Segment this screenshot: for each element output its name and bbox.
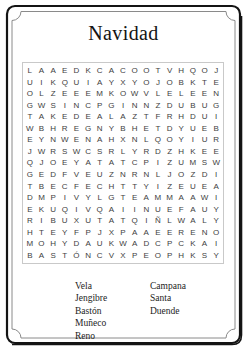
grid-cell[interactable]: U	[175, 100, 187, 112]
grid-cell[interactable]: T	[117, 180, 129, 192]
grid-cell[interactable]: E	[175, 180, 187, 192]
grid-cell[interactable]: B	[47, 215, 59, 227]
grid-cell[interactable]: R	[47, 146, 59, 158]
grid-cell[interactable]: T	[94, 215, 106, 227]
grid-cell[interactable]: O	[140, 77, 152, 89]
grid-cell[interactable]: B	[210, 123, 222, 135]
grid-cell[interactable]: E	[71, 134, 83, 146]
grid-cell[interactable]: R	[106, 146, 118, 158]
grid-cell[interactable]: T	[140, 111, 152, 123]
grid-cell[interactable]: J	[24, 146, 36, 158]
grid-cell[interactable]: E	[82, 111, 94, 123]
grid-cell[interactable]: D	[71, 65, 83, 77]
grid-cell[interactable]: R	[24, 215, 36, 227]
grid-cell[interactable]: D	[71, 111, 83, 123]
grid-cell[interactable]: T	[117, 192, 129, 204]
grid-cell[interactable]: P	[82, 226, 94, 238]
grid-cell[interactable]: A	[36, 65, 48, 77]
grid-cell[interactable]: S	[47, 249, 59, 261]
grid-cell[interactable]: W	[210, 157, 222, 169]
grid-cell[interactable]: T	[117, 157, 129, 169]
grid-cell[interactable]: A	[82, 157, 94, 169]
word-list-item: Santa	[150, 292, 186, 304]
grid-cell[interactable]: Y	[175, 123, 187, 135]
grid-cell[interactable]: E	[140, 249, 152, 261]
grid-cell[interactable]: Z	[129, 111, 141, 123]
grid-cell[interactable]: I	[210, 192, 222, 204]
grid-cell[interactable]: C	[82, 146, 94, 158]
grid-cell[interactable]: T	[24, 111, 36, 123]
grid-cell[interactable]: R	[210, 134, 222, 146]
grid-cell[interactable]: C	[94, 180, 106, 192]
grid-cell[interactable]: E	[199, 123, 211, 135]
grid-cell[interactable]: Y	[129, 77, 141, 89]
grid-cell[interactable]: O	[164, 77, 176, 89]
grid-cell[interactable]: S	[59, 146, 71, 158]
grid-cell[interactable]: A	[129, 238, 141, 250]
grid-cell[interactable]: W	[199, 192, 211, 204]
grid-cell[interactable]: I	[210, 238, 222, 250]
grid-cell[interactable]: X	[106, 226, 118, 238]
grid-cell[interactable]: V	[71, 192, 83, 204]
grid-cell[interactable]: Q	[129, 215, 141, 227]
grid-cell[interactable]: N	[117, 169, 129, 181]
grid-cell[interactable]: G	[24, 169, 36, 181]
grid-cell[interactable]: F	[71, 226, 83, 238]
grid-cell[interactable]: E	[59, 88, 71, 100]
grid-cell[interactable]: I	[187, 134, 199, 146]
grid-cell[interactable]: X	[117, 249, 129, 261]
grid-cell[interactable]: H	[175, 111, 187, 123]
grid-cell[interactable]: B	[175, 77, 187, 89]
grid-cell[interactable]: U	[94, 238, 106, 250]
grid-cell[interactable]: L	[117, 146, 129, 158]
grid-cell[interactable]: U	[187, 180, 199, 192]
grid-cell[interactable]: I	[59, 100, 71, 112]
grid-cell[interactable]: Y	[129, 146, 141, 158]
grid-cell[interactable]: Y	[175, 134, 187, 146]
grid-cell[interactable]: E	[199, 88, 211, 100]
grid-cell[interactable]: I	[210, 169, 222, 181]
grid-cell[interactable]: Y	[210, 203, 222, 215]
grid-cell[interactable]: L	[175, 88, 187, 100]
grid-cell[interactable]: K	[106, 238, 118, 250]
grid-cell[interactable]: P	[164, 249, 176, 261]
grid-cell[interactable]: P	[140, 157, 152, 169]
grid-cell[interactable]: Z	[187, 169, 199, 181]
grid-cell[interactable]: A	[36, 249, 48, 261]
grid-cell[interactable]: T	[117, 215, 129, 227]
grid-cell[interactable]: J	[152, 77, 164, 89]
grid-cell[interactable]: H	[24, 226, 36, 238]
grid-cell[interactable]: G	[210, 100, 222, 112]
grid-cell[interactable]: F	[59, 169, 71, 181]
grid-cell[interactable]: E	[59, 65, 71, 77]
grid-cell[interactable]: D	[164, 100, 176, 112]
grid-cell[interactable]: C	[94, 65, 106, 77]
grid-cell[interactable]: M	[24, 238, 36, 250]
grid-cell[interactable]: A	[106, 215, 118, 227]
grid-cell[interactable]: N	[82, 134, 94, 146]
grid-cell[interactable]: E	[164, 226, 176, 238]
grid-cell[interactable]: T	[94, 157, 106, 169]
grid-cell[interactable]: X	[117, 134, 129, 146]
grid-cell[interactable]: H	[175, 146, 187, 158]
grid-cell[interactable]: I	[82, 77, 94, 89]
grid-cell[interactable]: Y	[59, 238, 71, 250]
grid-cell[interactable]: T	[152, 123, 164, 135]
grid-cell[interactable]: O	[164, 134, 176, 146]
grid-cell[interactable]: W	[71, 146, 83, 158]
grid-cell[interactable]: U	[175, 157, 187, 169]
grid-cell[interactable]: Z	[164, 146, 176, 158]
grid-cell[interactable]: H	[47, 123, 59, 135]
grid-cell[interactable]: M	[187, 157, 199, 169]
grid-cell[interactable]: Y	[210, 249, 222, 261]
grid-cell[interactable]: E	[59, 111, 71, 123]
grid-cell[interactable]: G	[106, 192, 118, 204]
grid-cell[interactable]: I	[59, 192, 71, 204]
grid-cell[interactable]: D	[24, 192, 36, 204]
grid-cell[interactable]: E	[210, 146, 222, 158]
puzzle-title: Navidad	[0, 22, 247, 45]
word-list-item: Muñeco	[75, 317, 107, 329]
grid-cell[interactable]: E	[152, 226, 164, 238]
grid-cell[interactable]: J	[210, 65, 222, 77]
grid-cell[interactable]: J	[94, 226, 106, 238]
grid-cell[interactable]: S	[199, 249, 211, 261]
grid-cell[interactable]: Ñ	[152, 215, 164, 227]
grid-cell[interactable]: V	[82, 203, 94, 215]
grid-cell[interactable]: L	[36, 88, 48, 100]
grid-cell[interactable]: C	[59, 180, 71, 192]
grid-cell[interactable]: I	[36, 77, 48, 89]
grid-cell[interactable]: L	[164, 215, 176, 227]
grid-cell[interactable]: Z	[152, 100, 164, 112]
grid-cell[interactable]: Q	[59, 77, 71, 89]
grid-cell[interactable]: M	[94, 88, 106, 100]
grid-cell[interactable]: K	[187, 77, 199, 89]
grid-cell[interactable]: U	[82, 215, 94, 227]
grid-cell[interactable]: X	[117, 77, 129, 89]
grid-cell[interactable]: O	[129, 65, 141, 77]
grid-cell[interactable]: Ó	[71, 249, 83, 261]
grid-cell[interactable]: H	[106, 134, 118, 146]
grid-cell[interactable]: O	[199, 65, 211, 77]
grid-cell[interactable]: E	[36, 169, 48, 181]
grid-cell[interactable]: R	[129, 169, 141, 181]
grid-cell[interactable]: A	[47, 65, 59, 77]
grid-cell[interactable]: E	[24, 203, 36, 215]
grid-cell[interactable]: D	[164, 123, 176, 135]
grid-cell[interactable]: U	[187, 123, 199, 135]
grid-cell[interactable]: Y	[71, 157, 83, 169]
grid-cell[interactable]: K	[36, 203, 48, 215]
grid-cell[interactable]: O	[117, 88, 129, 100]
grid-cell[interactable]: K	[47, 77, 59, 89]
grid-cell[interactable]: K	[106, 88, 118, 100]
grid-cell[interactable]: N	[94, 123, 106, 135]
grid-cell[interactable]: Z	[164, 157, 176, 169]
grid-cell[interactable]: N	[82, 249, 94, 261]
grid-cell[interactable]: E	[140, 123, 152, 135]
grid-cell[interactable]: A	[199, 238, 211, 250]
grid-cell[interactable]: K	[187, 146, 199, 158]
grid-cell[interactable]: I	[36, 215, 48, 227]
grid-cell[interactable]: Y	[59, 226, 71, 238]
grid-cell[interactable]: F	[175, 203, 187, 215]
grid-cell[interactable]: F	[71, 180, 83, 192]
grid-cell[interactable]: C	[82, 100, 94, 112]
grid-cell[interactable]: Y	[82, 192, 94, 204]
grid-cell[interactable]: Y	[36, 134, 48, 146]
grid-cell[interactable]: A	[94, 77, 106, 89]
grid-cell[interactable]: O	[210, 226, 222, 238]
grid-cell[interactable]: E	[199, 180, 211, 192]
word-list-item: Bastón	[75, 305, 107, 317]
grid-cell[interactable]: W	[36, 100, 48, 112]
grid-cell[interactable]: Q	[59, 203, 71, 215]
grid-cell[interactable]: Q	[24, 157, 36, 169]
grid-cell[interactable]: K	[187, 249, 199, 261]
grid-cell[interactable]: D	[140, 238, 152, 250]
grid-cell[interactable]: V	[164, 65, 176, 77]
grid-cell[interactable]: W	[24, 123, 36, 135]
word-list-item: Duende	[150, 305, 186, 317]
grid-cell[interactable]: T	[24, 180, 36, 192]
grid-cell[interactable]: A	[117, 111, 129, 123]
grid-cell[interactable]: S	[47, 100, 59, 112]
grid-cell[interactable]: O	[36, 238, 48, 250]
grid-cell[interactable]: R	[175, 226, 187, 238]
grid-cell[interactable]: I	[117, 203, 129, 215]
grid-cell[interactable]: N	[140, 100, 152, 112]
grid-cell[interactable]: M	[164, 192, 176, 204]
grid-cell[interactable]: A	[106, 203, 118, 215]
grid-cell[interactable]: E	[164, 203, 176, 215]
grid-cell[interactable]: H	[129, 123, 141, 135]
grid-cell[interactable]: A	[106, 65, 118, 77]
grid-cell[interactable]: N	[199, 226, 211, 238]
grid-cell[interactable]: A	[187, 215, 199, 227]
grid-cell[interactable]: A	[36, 111, 48, 123]
grid-cell[interactable]: G	[24, 100, 36, 112]
grid-cell[interactable]: Z	[47, 88, 59, 100]
grid-cell[interactable]: L	[106, 111, 118, 123]
grid-cell[interactable]: Y	[106, 77, 118, 89]
grid-cell[interactable]: A	[210, 180, 222, 192]
grid-cell[interactable]: I	[129, 203, 141, 215]
grid-cell[interactable]: P	[129, 249, 141, 261]
grid-cell[interactable]: T	[152, 65, 164, 77]
grid-cell[interactable]: E	[24, 134, 36, 146]
grid-cell[interactable]: A	[106, 157, 118, 169]
grid-cell[interactable]: D	[187, 111, 199, 123]
grid-cell[interactable]: L	[24, 65, 36, 77]
grid-cell[interactable]: V	[140, 88, 152, 100]
grid-cell[interactable]: W	[129, 88, 141, 100]
grid-cell[interactable]: E	[164, 88, 176, 100]
grid-cell[interactable]: A	[140, 192, 152, 204]
word-list-item: Vela	[75, 280, 107, 292]
grid-cell[interactable]: M	[152, 192, 164, 204]
grid-cell[interactable]: Z	[164, 180, 176, 192]
grid-cell[interactable]: P	[94, 100, 106, 112]
grid-cell[interactable]: C	[94, 249, 106, 261]
grid-cell[interactable]: D	[47, 169, 59, 181]
grid-cell[interactable]: R	[164, 111, 176, 123]
grid-cell[interactable]: J	[164, 169, 176, 181]
grid-cell[interactable]: A	[129, 226, 141, 238]
grid-cell[interactable]: L	[140, 134, 152, 146]
grid-cell[interactable]: E	[47, 180, 59, 192]
grid-cell[interactable]: X	[71, 215, 83, 227]
grid-cell[interactable]: E	[47, 226, 59, 238]
grid-cell[interactable]: P	[117, 226, 129, 238]
grid-cell[interactable]: A	[187, 192, 199, 204]
grid-cell[interactable]: E	[82, 169, 94, 181]
grid-cell[interactable]: B	[117, 123, 129, 135]
grid-cell[interactable]: M	[36, 192, 48, 204]
grid-cell[interactable]: Y	[106, 123, 118, 135]
grid-cell[interactable]: U	[94, 169, 106, 181]
grid-cell[interactable]: V	[106, 249, 118, 261]
grid-cell[interactable]: W	[59, 134, 71, 146]
grid-cell[interactable]: K	[82, 65, 94, 77]
grid-cell[interactable]: C	[152, 238, 164, 250]
grid-cell[interactable]: T	[36, 226, 48, 238]
grid-cell[interactable]: E	[199, 146, 211, 158]
grid-cell[interactable]: A	[82, 238, 94, 250]
word-search-grid: LAAEDKCACOOTVHQOJUIKQUIAYXYOJOBKTEOLZEEE…	[22, 62, 224, 264]
grid-cell[interactable]: B	[36, 123, 48, 135]
grid-cell[interactable]: I	[140, 215, 152, 227]
grid-cell[interactable]: E	[187, 88, 199, 100]
grid-cell[interactable]: P	[47, 192, 59, 204]
grid-cell[interactable]: W	[36, 146, 48, 158]
grid-cell[interactable]: O	[140, 65, 152, 77]
grid-cell[interactable]: I	[152, 157, 164, 169]
grid-cell[interactable]: N	[210, 88, 222, 100]
grid-cell[interactable]: E	[210, 77, 222, 89]
grid-cell[interactable]: A	[187, 203, 199, 215]
grid-cell[interactable]: T	[59, 249, 71, 261]
grid-cell[interactable]: T	[199, 77, 211, 89]
grid-cell[interactable]: L	[152, 169, 164, 181]
grid-cell[interactable]: E	[59, 157, 71, 169]
grid-cell[interactable]: O	[24, 88, 36, 100]
grid-cell[interactable]: T	[129, 180, 141, 192]
grid-cell[interactable]: C	[129, 157, 141, 169]
grid-cell[interactable]: O	[175, 169, 187, 181]
grid-cell[interactable]: A	[94, 134, 106, 146]
grid-cell[interactable]: S	[94, 146, 106, 158]
grid-cell[interactable]: O	[152, 249, 164, 261]
grid-cell[interactable]: I	[71, 203, 83, 215]
grid-cell[interactable]: K	[187, 238, 199, 250]
grid-cell[interactable]: H	[47, 238, 59, 250]
word-list-item: Reno	[75, 330, 107, 342]
grid-cell[interactable]: A	[175, 192, 187, 204]
grid-cell[interactable]: Y	[210, 215, 222, 227]
grid-cell[interactable]: L	[94, 192, 106, 204]
grid-cell[interactable]: O	[47, 157, 59, 169]
grid-cell[interactable]: E	[82, 88, 94, 100]
grid-cell[interactable]: V	[71, 169, 83, 181]
grid-cell[interactable]: K	[47, 111, 59, 123]
grid-cell[interactable]: N	[47, 134, 59, 146]
grid-cell[interactable]: D	[71, 238, 83, 250]
grid-cell[interactable]: H	[175, 249, 187, 261]
grid-cell[interactable]: I	[210, 111, 222, 123]
grid-cell[interactable]: G	[106, 100, 118, 112]
grid-cell[interactable]: H	[106, 180, 118, 192]
grid-cell[interactable]: R	[59, 123, 71, 135]
grid-cell[interactable]: E	[71, 88, 83, 100]
grid-cell[interactable]: I	[152, 180, 164, 192]
grid-cell[interactable]: U	[199, 134, 211, 146]
grid-cell[interactable]: P	[164, 238, 176, 250]
grid-cell[interactable]: U	[71, 77, 83, 89]
word-list-right: CampanaSantaDuende	[150, 280, 186, 317]
grid-cell[interactable]: U	[152, 203, 164, 215]
grid-cell[interactable]: U	[24, 77, 36, 89]
grid-cell[interactable]: U	[199, 111, 211, 123]
grid-cell[interactable]: G	[82, 123, 94, 135]
grid-cell[interactable]: E	[82, 180, 94, 192]
word-list-left: VelaJengibreBastónMuñecoReno	[75, 280, 107, 342]
grid-cell[interactable]: L	[199, 215, 211, 227]
grid-cell[interactable]: N	[129, 134, 141, 146]
grid-cell[interactable]: Q	[152, 134, 164, 146]
grid-cell[interactable]: N	[129, 100, 141, 112]
grid-cell[interactable]: L	[152, 88, 164, 100]
grid-cell[interactable]: C	[175, 238, 187, 250]
grid-cell[interactable]: Q	[187, 65, 199, 77]
grid-cell[interactable]: D	[152, 146, 164, 158]
grid-cell[interactable]: N	[140, 203, 152, 215]
grid-cell[interactable]: B	[24, 249, 36, 261]
word-list-item: Campana	[150, 280, 186, 292]
grid-cell[interactable]: B	[36, 180, 48, 192]
grid-cell[interactable]: W	[175, 215, 187, 227]
grid-cell[interactable]: N	[140, 169, 152, 181]
grid-cell[interactable]: C	[117, 65, 129, 77]
grid-cell[interactable]: Z	[106, 169, 118, 181]
grid-cell[interactable]: A	[140, 226, 152, 238]
grid-cell[interactable]: E	[187, 226, 199, 238]
grid-cell[interactable]: E	[71, 123, 83, 135]
grid-cell[interactable]: U	[47, 203, 59, 215]
grid-cell[interactable]: W	[117, 238, 129, 250]
grid-cell[interactable]: R	[140, 146, 152, 158]
grid-cell[interactable]: E	[129, 192, 141, 204]
grid-cell[interactable]: B	[187, 100, 199, 112]
grid-cell[interactable]: I	[117, 100, 129, 112]
grid-cell[interactable]: F	[152, 111, 164, 123]
grid-cell[interactable]: U	[199, 100, 211, 112]
grid-cell[interactable]: D	[199, 169, 211, 181]
grid-cell[interactable]: S	[199, 157, 211, 169]
grid-cell[interactable]: N	[71, 100, 83, 112]
grid-cell[interactable]: Q	[94, 203, 106, 215]
grid-cell[interactable]: Y	[140, 180, 152, 192]
grid-cell[interactable]: H	[175, 65, 187, 77]
grid-cell[interactable]: U	[59, 215, 71, 227]
grid-cell[interactable]: U	[199, 203, 211, 215]
grid-cell[interactable]: J	[36, 157, 48, 169]
grid-cell[interactable]: A	[94, 111, 106, 123]
